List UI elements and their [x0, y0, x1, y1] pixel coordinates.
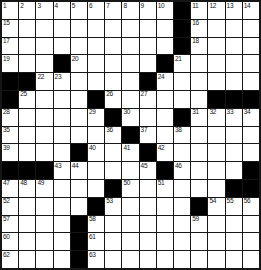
- cell-r3c5[interactable]: [71, 38, 87, 55]
- clue-number-54: 54: [209, 198, 216, 205]
- cell-r1c4[interactable]: 4: [54, 2, 70, 19]
- clue-number-9: 9: [141, 3, 144, 10]
- cell-r12c3[interactable]: [36, 198, 52, 215]
- block-cell-r3c11: [174, 38, 190, 55]
- cell-r10c6[interactable]: [88, 162, 104, 179]
- clue-number-50: 50: [123, 180, 130, 187]
- cell-r6c11[interactable]: [174, 91, 190, 108]
- cell-r13c11[interactable]: [174, 216, 190, 233]
- cell-r4c3[interactable]: [36, 55, 52, 72]
- cell-r2c12[interactable]: 16: [191, 20, 207, 37]
- cell-r2c8[interactable]: [122, 20, 138, 37]
- cell-r12c4[interactable]: [54, 198, 70, 215]
- block-cell-r9c5: [71, 144, 87, 161]
- cell-r8c10[interactable]: [157, 127, 173, 144]
- cell-r2c7[interactable]: [105, 20, 121, 37]
- cell-r1c8[interactable]: 8: [122, 2, 138, 19]
- cell-r8c6[interactable]: [88, 127, 104, 144]
- cell-r1c10[interactable]: 10: [157, 2, 173, 19]
- cell-r13c8[interactable]: [122, 216, 138, 233]
- cell-r7c12[interactable]: 31: [191, 109, 207, 126]
- cell-r4c2[interactable]: [19, 55, 35, 72]
- clue-number-48: 48: [20, 180, 27, 187]
- cell-r1c6[interactable]: 6: [88, 2, 104, 19]
- cell-r11c8[interactable]: 50: [122, 180, 138, 197]
- cell-r3c4[interactable]: [54, 38, 70, 55]
- cell-r14c10[interactable]: [157, 233, 173, 250]
- clue-number-44: 44: [72, 163, 79, 170]
- block-cell-r7c7: [105, 109, 121, 126]
- cell-r15c8[interactable]: [122, 251, 138, 268]
- cell-r5c11[interactable]: [174, 73, 190, 90]
- clue-number-38: 38: [175, 127, 182, 134]
- clue-number-46: 46: [175, 163, 182, 170]
- clue-number-45: 45: [141, 163, 148, 170]
- cell-r10c8[interactable]: [122, 162, 138, 179]
- cell-r8c4[interactable]: [54, 127, 70, 144]
- cell-r13c7[interactable]: [105, 216, 121, 233]
- clue-number-1: 1: [3, 3, 6, 10]
- cell-r1c7[interactable]: 7: [105, 2, 121, 19]
- clue-number-17: 17: [3, 38, 10, 45]
- block-cell-r5c2: [19, 73, 35, 90]
- cell-r12c1[interactable]: 52: [2, 198, 18, 215]
- cell-r4c11[interactable]: 21: [174, 55, 190, 72]
- cell-r11c3[interactable]: 49: [36, 180, 52, 197]
- cell-r5c4[interactable]: 23: [54, 73, 70, 90]
- block-cell-r8c8: [122, 127, 138, 144]
- cell-r15c14[interactable]: [226, 251, 242, 268]
- cell-r15c12[interactable]: [191, 251, 207, 268]
- cell-r4c14[interactable]: [226, 55, 242, 72]
- cell-r14c12[interactable]: [191, 233, 207, 250]
- block-cell-r11c14: [226, 180, 242, 197]
- cell-r9c15[interactable]: [243, 144, 259, 161]
- cell-r14c6[interactable]: 61: [88, 233, 104, 250]
- block-cell-r9c9: [140, 144, 156, 161]
- clue-number-36: 36: [106, 127, 113, 134]
- cell-r8c15[interactable]: [243, 127, 259, 144]
- cell-r6c5[interactable]: [71, 91, 87, 108]
- cell-r9c2[interactable]: [19, 144, 35, 161]
- clue-number-16: 16: [192, 20, 199, 27]
- block-cell-r7c11: [174, 109, 190, 126]
- cell-r13c14[interactable]: [226, 216, 242, 233]
- cell-r14c15[interactable]: [243, 233, 259, 250]
- cell-r12c14[interactable]: 55: [226, 198, 242, 215]
- clue-number-47: 47: [3, 180, 10, 187]
- cell-r12c13[interactable]: 54: [208, 198, 224, 215]
- clue-number-32: 32: [209, 109, 216, 116]
- cell-r8c2[interactable]: [19, 127, 35, 144]
- block-cell-r10c10: [157, 162, 173, 179]
- clue-number-22: 22: [37, 74, 44, 81]
- cell-r10c4[interactable]: 43: [54, 162, 70, 179]
- cell-r3c3[interactable]: [36, 38, 52, 55]
- block-cell-r6c15: [243, 91, 259, 108]
- clue-number-57: 57: [3, 216, 10, 223]
- cell-r3c1[interactable]: 17: [2, 38, 18, 55]
- cell-r14c4[interactable]: [54, 233, 70, 250]
- cell-r10c13[interactable]: [208, 162, 224, 179]
- clue-number-13: 13: [227, 3, 234, 10]
- cell-r15c6[interactable]: 63: [88, 251, 104, 268]
- cell-r3c14[interactable]: [226, 38, 242, 55]
- cell-r3c2[interactable]: [19, 38, 35, 55]
- clue-number-11: 11: [192, 3, 198, 10]
- cell-r14c14[interactable]: [226, 233, 242, 250]
- block-cell-r15c5: [71, 251, 87, 268]
- block-cell-r10c2: [19, 162, 35, 179]
- clue-number-61: 61: [89, 234, 96, 241]
- clue-number-41: 41: [123, 145, 130, 152]
- cell-r2c2[interactable]: [19, 20, 35, 37]
- cell-r15c2[interactable]: [19, 251, 35, 268]
- clue-number-62: 62: [3, 252, 10, 259]
- cell-r1c5[interactable]: 5: [71, 2, 87, 19]
- cell-r5c5[interactable]: [71, 73, 87, 90]
- cell-r1c14[interactable]: 13: [226, 2, 242, 19]
- cell-r10c11[interactable]: 46: [174, 162, 190, 179]
- cell-r14c1[interactable]: 60: [2, 233, 18, 250]
- cell-r15c4[interactable]: [54, 251, 70, 268]
- clue-number-43: 43: [55, 163, 62, 170]
- cell-r11c9[interactable]: [140, 180, 156, 197]
- block-cell-r11c15: [243, 180, 259, 197]
- clue-number-2: 2: [20, 3, 23, 10]
- clue-number-40: 40: [89, 145, 96, 152]
- clue-number-3: 3: [37, 3, 40, 10]
- clue-number-27: 27: [141, 91, 148, 98]
- cell-r14c13[interactable]: [208, 233, 224, 250]
- cell-r12c9[interactable]: [140, 198, 156, 215]
- cell-r4c12[interactable]: [191, 55, 207, 72]
- cell-r13c13[interactable]: [208, 216, 224, 233]
- clue-number-42: 42: [158, 145, 165, 152]
- clue-number-34: 34: [244, 109, 251, 116]
- cell-r11c1[interactable]: 47: [2, 180, 18, 197]
- cell-r10c5[interactable]: 44: [71, 162, 87, 179]
- cell-r14c3[interactable]: [36, 233, 52, 250]
- cell-r15c11[interactable]: [174, 251, 190, 268]
- cell-r12c8[interactable]: [122, 198, 138, 215]
- cell-r10c14[interactable]: [226, 162, 242, 179]
- block-cell-r4c4: [54, 55, 70, 72]
- clue-number-12: 12: [209, 3, 216, 10]
- cell-r9c3[interactable]: [36, 144, 52, 161]
- cell-r5c15[interactable]: [243, 73, 259, 90]
- cell-r1c12[interactable]: 11: [191, 2, 207, 19]
- cell-r5c12[interactable]: [191, 73, 207, 90]
- clue-number-24: 24: [158, 74, 165, 81]
- clue-number-52: 52: [3, 198, 10, 205]
- cell-r7c14[interactable]: 33: [226, 109, 242, 126]
- cell-r3c13[interactable]: [208, 38, 224, 55]
- cell-r8c12[interactable]: [191, 127, 207, 144]
- block-cell-r12c6: [88, 198, 104, 215]
- cell-r2c10[interactable]: [157, 20, 173, 37]
- cell-r3c8[interactable]: [122, 38, 138, 55]
- clue-number-5: 5: [72, 3, 75, 10]
- cell-r13c1[interactable]: 57: [2, 216, 18, 233]
- cell-r15c15[interactable]: [243, 251, 259, 268]
- cell-r9c1[interactable]: 39: [2, 144, 18, 161]
- clue-number-7: 7: [106, 3, 109, 10]
- cell-r11c6[interactable]: [88, 180, 104, 197]
- cell-r7c3[interactable]: [36, 109, 52, 126]
- block-cell-r2c11: [174, 20, 190, 37]
- cell-r15c7[interactable]: [105, 251, 121, 268]
- cell-r2c14[interactable]: [226, 20, 242, 37]
- block-cell-r10c1: [2, 162, 18, 179]
- clue-number-10: 10: [158, 3, 165, 10]
- cell-r7c8[interactable]: 30: [122, 109, 138, 126]
- cell-r8c7[interactable]: 36: [105, 127, 121, 144]
- cell-r12c2[interactable]: [19, 198, 35, 215]
- cell-r6c10[interactable]: [157, 91, 173, 108]
- cell-r8c3[interactable]: [36, 127, 52, 144]
- cell-r8c1[interactable]: 35: [2, 127, 18, 144]
- cell-r15c1[interactable]: 62: [2, 251, 18, 268]
- cell-r11c4[interactable]: [54, 180, 70, 197]
- cell-r11c10[interactable]: 51: [157, 180, 173, 197]
- cell-r1c2[interactable]: 2: [19, 2, 35, 19]
- cell-r5c3[interactable]: 22: [36, 73, 52, 90]
- block-cell-r11c7: [105, 180, 121, 197]
- cell-r8c9[interactable]: 37: [140, 127, 156, 144]
- block-cell-r6c14: [226, 91, 242, 108]
- cell-r7c6[interactable]: 29: [88, 109, 104, 126]
- clue-number-29: 29: [89, 109, 96, 116]
- cell-r5c6[interactable]: [88, 73, 104, 90]
- cell-r8c14[interactable]: [226, 127, 242, 144]
- clue-number-23: 23: [55, 74, 62, 81]
- cell-r11c12[interactable]: [191, 180, 207, 197]
- clue-number-31: 31: [192, 109, 199, 116]
- cell-r7c1[interactable]: 28: [2, 109, 18, 126]
- block-cell-r12c12: [191, 198, 207, 215]
- cell-r2c15[interactable]: [243, 20, 259, 37]
- cell-r15c9[interactable]: [140, 251, 156, 268]
- cell-r14c11[interactable]: [174, 233, 190, 250]
- cell-r14c8[interactable]: [122, 233, 138, 250]
- cell-r2c6[interactable]: [88, 20, 104, 37]
- cell-r11c2[interactable]: 48: [19, 180, 35, 197]
- cell-r15c3[interactable]: [36, 251, 52, 268]
- cell-r6c7[interactable]: 26: [105, 91, 121, 108]
- cell-r9c12[interactable]: [191, 144, 207, 161]
- clue-number-30: 30: [123, 109, 130, 116]
- block-cell-r5c1: [2, 73, 18, 90]
- cell-r5c13[interactable]: [208, 73, 224, 90]
- cell-r14c9[interactable]: [140, 233, 156, 250]
- block-cell-r10c3: [36, 162, 52, 179]
- cell-r9c4[interactable]: [54, 144, 70, 161]
- clue-number-39: 39: [3, 145, 10, 152]
- cell-r5c14[interactable]: [226, 73, 242, 90]
- cell-r2c1[interactable]: 15: [2, 20, 18, 37]
- cell-r9c7[interactable]: [105, 144, 121, 161]
- clue-number-33: 33: [227, 109, 234, 116]
- cell-r10c12[interactable]: [191, 162, 207, 179]
- cell-r4c9[interactable]: [140, 55, 156, 72]
- cell-r7c10[interactable]: [157, 109, 173, 126]
- clue-number-8: 8: [123, 3, 126, 10]
- cell-r13c10[interactable]: [157, 216, 173, 233]
- cell-r4c7[interactable]: [105, 55, 121, 72]
- cell-r12c7[interactable]: 53: [105, 198, 121, 215]
- cell-r13c15[interactable]: [243, 216, 259, 233]
- cell-r9c11[interactable]: [174, 144, 190, 161]
- cell-r9c13[interactable]: [208, 144, 224, 161]
- cell-r13c9[interactable]: [140, 216, 156, 233]
- crossword-board: 1234567891011121314151617181920212223242…: [0, 0, 261, 270]
- clue-number-60: 60: [3, 234, 10, 241]
- clue-number-25: 25: [20, 91, 27, 98]
- clue-number-18: 18: [192, 38, 199, 45]
- cell-r4c8[interactable]: [122, 55, 138, 72]
- cell-r13c3[interactable]: [36, 216, 52, 233]
- cell-r7c9[interactable]: [140, 109, 156, 126]
- clue-number-26: 26: [106, 91, 113, 98]
- cell-r9c14[interactable]: [226, 144, 242, 161]
- cell-r7c2[interactable]: [19, 109, 35, 126]
- cell-r2c4[interactable]: [54, 20, 70, 37]
- cell-r13c4[interactable]: [54, 216, 70, 233]
- block-cell-r1c11: [174, 2, 190, 19]
- block-cell-r13c5: [71, 216, 87, 233]
- cell-r9c10[interactable]: 42: [157, 144, 173, 161]
- cell-r12c11[interactable]: [174, 198, 190, 215]
- cell-r4c13[interactable]: [208, 55, 224, 72]
- cell-r15c10[interactable]: [157, 251, 173, 268]
- cell-r13c2[interactable]: [19, 216, 35, 233]
- block-cell-r10c15: [243, 162, 259, 179]
- cell-r6c3[interactable]: [36, 91, 52, 108]
- clue-number-20: 20: [72, 56, 79, 63]
- cell-r15c13[interactable]: [208, 251, 224, 268]
- clue-number-58: 58: [89, 216, 96, 223]
- cell-r5c8[interactable]: [122, 73, 138, 90]
- clue-number-55: 55: [227, 198, 234, 205]
- cell-r3c12[interactable]: 18: [191, 38, 207, 55]
- cell-r7c4[interactable]: [54, 109, 70, 126]
- cell-r1c13[interactable]: 12: [208, 2, 224, 19]
- clue-number-19: 19: [3, 56, 10, 63]
- cell-r5c10[interactable]: 24: [157, 73, 173, 90]
- cell-r2c3[interactable]: [36, 20, 52, 37]
- cell-r6c8[interactable]: [122, 91, 138, 108]
- block-cell-r6c13: [208, 91, 224, 108]
- block-cell-r6c6: [88, 91, 104, 108]
- cell-r10c7[interactable]: [105, 162, 121, 179]
- cell-r4c1[interactable]: 19: [2, 55, 18, 72]
- cell-r6c9[interactable]: 27: [140, 91, 156, 108]
- block-cell-r4c10: [157, 55, 173, 72]
- clue-number-56: 56: [244, 198, 251, 205]
- cell-r2c5[interactable]: [71, 20, 87, 37]
- clue-number-49: 49: [37, 180, 44, 187]
- cell-r3c6[interactable]: [88, 38, 104, 55]
- cell-r1c3[interactable]: 3: [36, 2, 52, 19]
- clue-number-53: 53: [106, 198, 113, 205]
- cell-r14c2[interactable]: [19, 233, 35, 250]
- cell-r3c10[interactable]: [157, 38, 173, 55]
- cell-r11c11[interactable]: [174, 180, 190, 197]
- cell-r6c2[interactable]: 25: [19, 91, 35, 108]
- cell-r11c13[interactable]: [208, 180, 224, 197]
- block-cell-r14c5: [71, 233, 87, 250]
- clue-number-37: 37: [141, 127, 148, 134]
- clue-number-4: 4: [55, 3, 58, 10]
- cell-r4c5[interactable]: 20: [71, 55, 87, 72]
- cell-r3c9[interactable]: [140, 38, 156, 55]
- cell-r2c9[interactable]: [140, 20, 156, 37]
- cell-r7c13[interactable]: 32: [208, 109, 224, 126]
- cell-r4c6[interactable]: [88, 55, 104, 72]
- cell-r2c13[interactable]: [208, 20, 224, 37]
- cell-r6c12[interactable]: [191, 91, 207, 108]
- cell-r12c10[interactable]: [157, 198, 173, 215]
- cell-r8c11[interactable]: 38: [174, 127, 190, 144]
- clue-number-6: 6: [89, 3, 92, 10]
- block-cell-r5c9: [140, 73, 156, 90]
- clue-number-63: 63: [89, 252, 96, 259]
- cell-r8c13[interactable]: [208, 127, 224, 144]
- cell-r9c6[interactable]: 40: [88, 144, 104, 161]
- cell-r8c5[interactable]: [71, 127, 87, 144]
- cell-r13c12[interactable]: 59: [191, 216, 207, 233]
- cell-r1c1[interactable]: 1: [2, 2, 18, 19]
- cell-r4c15[interactable]: [243, 55, 259, 72]
- clue-number-14: 14: [244, 3, 251, 10]
- cell-r14c7[interactable]: [105, 233, 121, 250]
- clue-number-21: 21: [175, 56, 182, 63]
- cell-r3c7[interactable]: [105, 38, 121, 55]
- clue-number-59: 59: [192, 216, 199, 223]
- block-cell-r6c1: [2, 91, 18, 108]
- cell-r13c6[interactable]: 58: [88, 216, 104, 233]
- clue-number-35: 35: [3, 127, 10, 134]
- cell-r5c7[interactable]: [105, 73, 121, 90]
- cell-r3c15[interactable]: [243, 38, 259, 55]
- cell-r12c15[interactable]: 56: [243, 198, 259, 215]
- cell-r12c5[interactable]: [71, 198, 87, 215]
- cell-r7c15[interactable]: 34: [243, 109, 259, 126]
- clue-number-15: 15: [3, 20, 10, 27]
- cell-r10c9[interactable]: 45: [140, 162, 156, 179]
- clue-number-51: 51: [158, 180, 165, 187]
- cell-r7c5[interactable]: [71, 109, 87, 126]
- cell-r6c4[interactable]: [54, 91, 70, 108]
- cell-r11c5[interactable]: [71, 180, 87, 197]
- cell-r1c15[interactable]: 14: [243, 2, 259, 19]
- clue-number-28: 28: [3, 109, 10, 116]
- cell-r1c9[interactable]: 9: [140, 2, 156, 19]
- cell-r9c8[interactable]: 41: [122, 144, 138, 161]
